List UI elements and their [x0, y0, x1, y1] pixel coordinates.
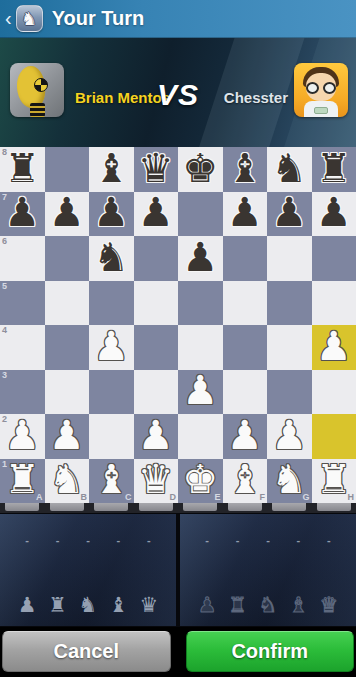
square-g5[interactable] [267, 281, 312, 326]
white-bishop-c1[interactable]: ♝ [93, 459, 129, 502]
black-player-name: Chesster [0, 89, 288, 106]
black-knight-c6[interactable]: ♞ [93, 237, 129, 280]
black-pawn-b7[interactable]: ♟ [49, 192, 85, 235]
piece-base-shadow [5, 503, 39, 511]
capture-tray-white: ----- ♟♜♞♝♛ [0, 514, 176, 626]
file-label-B: B [81, 493, 88, 502]
capture-pieces-white: ♟♜♞♝♛ [12, 595, 164, 616]
square-d2[interactable]: ♟ [134, 414, 179, 459]
black-pawn-a7[interactable]: ♟ [4, 192, 40, 235]
black-pawn-g7[interactable]: ♟ [271, 192, 307, 235]
square-g8[interactable]: ♞ [267, 147, 312, 192]
square-b2[interactable]: ♟ [45, 414, 90, 459]
app-knight-icon: ♞ [16, 5, 43, 32]
square-d3[interactable] [134, 370, 179, 415]
capture-count-bishop: - [283, 534, 313, 546]
square-b1[interactable]: B♞ [45, 459, 90, 504]
black-king-e8[interactable]: ♚ [182, 148, 218, 191]
file-label-D: D [170, 493, 177, 502]
black-bishop-c8[interactable]: ♝ [93, 148, 129, 191]
square-e8[interactable]: ♚ [178, 147, 223, 192]
knight-icon: ♞ [73, 595, 103, 616]
square-b5[interactable] [45, 281, 90, 326]
square-h7[interactable]: ♟ [312, 192, 356, 237]
square-h8[interactable]: ♜ [312, 147, 356, 192]
file-label-A: A [36, 493, 43, 502]
black-rook-h8[interactable]: ♜ [316, 148, 352, 191]
square-e1[interactable]: E♚ [178, 459, 223, 504]
square-d5[interactable] [134, 281, 179, 326]
square-b6[interactable] [45, 236, 90, 281]
capture-count-knight: - [73, 534, 103, 546]
file-label-C: C [125, 493, 132, 502]
white-pawn-a2[interactable]: ♟ [4, 415, 40, 458]
square-a6[interactable]: 6 [0, 236, 45, 281]
piece-base-shadow [94, 503, 128, 511]
square-h3[interactable] [312, 370, 356, 415]
piece-base-shadow [228, 503, 262, 511]
capture-count-knight: - [253, 534, 283, 546]
white-knight-b1[interactable]: ♞ [49, 459, 85, 502]
square-b4[interactable] [45, 325, 90, 370]
square-c7[interactable]: ♟ [89, 192, 134, 237]
white-bishop-f1[interactable]: ♝ [227, 459, 263, 502]
white-pawn-b2[interactable]: ♟ [49, 415, 85, 458]
square-d7[interactable]: ♟ [134, 192, 179, 237]
app-screen: ‹ ♞ Your Turn Brian Mentos VS Chesster 8… [0, 0, 356, 677]
square-f5[interactable] [223, 281, 268, 326]
capture-count-bishop: - [103, 534, 133, 546]
glasses-icon [323, 82, 336, 94]
white-king-e1[interactable]: ♚ [182, 459, 218, 502]
pawn-icon: ♟ [12, 595, 42, 616]
bishop-icon: ♝ [283, 595, 313, 616]
white-pawn-c4[interactable]: ♟ [93, 326, 129, 369]
pawn-icon: ♟ [192, 595, 222, 616]
piece-base-shadow [317, 503, 351, 511]
square-b3[interactable] [45, 370, 90, 415]
square-g6[interactable] [267, 236, 312, 281]
square-a1[interactable]: 1A♜ [0, 459, 45, 504]
capture-count-queen: - [314, 534, 344, 546]
white-queen-d1[interactable]: ♛ [138, 459, 174, 502]
rank-label-6: 6 [2, 237, 7, 246]
square-e5[interactable] [178, 281, 223, 326]
rank-label-3: 3 [2, 371, 7, 380]
square-b7[interactable]: ♟ [45, 192, 90, 237]
square-a4[interactable]: 4 [0, 325, 45, 370]
square-d8[interactable]: ♛ [134, 147, 179, 192]
action-bar: Cancel Confirm [0, 627, 356, 677]
rank-label-4: 4 [2, 326, 7, 335]
square-f3[interactable] [223, 370, 268, 415]
capture-count-pawn: - [12, 534, 42, 546]
piece-base-shadow [183, 503, 217, 511]
square-h2[interactable] [312, 414, 356, 459]
capture-pieces-black: ♟♜♞♝♛ [192, 595, 344, 616]
square-f8[interactable]: ♝ [223, 147, 268, 192]
square-d6[interactable] [134, 236, 179, 281]
rank-label-1: 1 [2, 460, 7, 469]
square-f2[interactable]: ♟ [223, 414, 268, 459]
square-f7[interactable]: ♟ [223, 192, 268, 237]
square-c2[interactable] [89, 414, 134, 459]
players-bar: Brian Mentos VS Chesster [0, 38, 356, 147]
square-h1[interactable]: H♜ [312, 459, 356, 504]
black-queen-d8[interactable]: ♛ [138, 148, 174, 191]
file-label-H: H [348, 493, 355, 502]
square-e2[interactable] [178, 414, 223, 459]
square-c4[interactable]: ♟ [89, 325, 134, 370]
square-e4[interactable] [178, 325, 223, 370]
rook-icon: ♜ [42, 595, 72, 616]
black-rook-a8[interactable]: ♜ [4, 148, 40, 191]
confirm-button[interactable]: Confirm [186, 631, 355, 672]
capture-counts-black: ----- [192, 534, 344, 546]
avatar-black-player[interactable] [294, 63, 348, 117]
rank-label-5: 5 [2, 282, 7, 291]
black-pawn-e6[interactable]: ♟ [182, 237, 218, 280]
rank-label-7: 7 [2, 193, 7, 202]
square-f4[interactable] [223, 325, 268, 370]
square-g4[interactable] [267, 325, 312, 370]
white-pawn-d2[interactable]: ♟ [138, 415, 174, 458]
capture-count-pawn: - [192, 534, 222, 546]
square-e3[interactable]: ♟ [178, 370, 223, 415]
white-rook-a1[interactable]: ♜ [4, 459, 40, 502]
rank-label-2: 2 [2, 415, 7, 424]
square-a7[interactable]: 7♟ [0, 192, 45, 237]
black-pawn-c7[interactable]: ♟ [93, 192, 129, 235]
capture-count-rook: - [42, 534, 72, 546]
rank-label-8: 8 [2, 148, 7, 157]
square-a5[interactable]: 5 [0, 281, 45, 326]
black-knight-g8[interactable]: ♞ [271, 148, 307, 191]
square-c8[interactable]: ♝ [89, 147, 134, 192]
square-f1[interactable]: F♝ [223, 459, 268, 504]
bishop-icon: ♝ [103, 595, 133, 616]
knight-icon: ♞ [253, 595, 283, 616]
piece-base-shadow [50, 503, 84, 511]
square-f6[interactable] [223, 236, 268, 281]
square-d4[interactable] [134, 325, 179, 370]
square-c5[interactable] [89, 281, 134, 326]
white-pawn-h4[interactable]: ♟ [316, 326, 352, 369]
page-title: Your Turn [52, 7, 145, 30]
piece-base-shadow [272, 503, 306, 511]
square-e6[interactable]: ♟ [178, 236, 223, 281]
square-c1[interactable]: C♝ [89, 459, 134, 504]
square-d1[interactable]: D♛ [134, 459, 179, 504]
square-a3[interactable]: 3 [0, 370, 45, 415]
rook-icon: ♜ [222, 595, 252, 616]
black-pawn-f7[interactable]: ♟ [227, 192, 263, 235]
queen-icon: ♛ [314, 595, 344, 616]
queen-icon: ♛ [134, 595, 164, 616]
file-label-F: F [260, 493, 266, 502]
square-a8[interactable]: 8♜ [0, 147, 45, 192]
square-g7[interactable]: ♟ [267, 192, 312, 237]
white-rook-h1[interactable]: ♜ [316, 459, 352, 502]
square-h4[interactable]: ♟ [312, 325, 356, 370]
header-bar: ‹ ♞ Your Turn [0, 0, 356, 38]
capture-count-rook: - [222, 534, 252, 546]
capture-counts-white: ----- [12, 534, 164, 546]
white-pawn-e3[interactable]: ♟ [182, 370, 218, 413]
cancel-button[interactable]: Cancel [2, 631, 171, 672]
square-c6[interactable]: ♞ [89, 236, 134, 281]
capture-tray-black: ----- ♟♜♞♝♛ [180, 514, 356, 626]
capture-count-queen: - [134, 534, 164, 546]
square-b8[interactable] [45, 147, 90, 192]
chess-board: 8♜♝♛♚♝♞♜7♟♟♟♟♟♟♟6♞♟54♟♟3♟2♟♟♟♟♟1A♜B♞C♝D♛… [0, 147, 356, 503]
white-pawn-f2[interactable]: ♟ [227, 415, 263, 458]
square-h6[interactable] [312, 236, 356, 281]
piece-base-shadow [139, 503, 173, 511]
glasses-icon [306, 82, 319, 94]
square-c3[interactable] [89, 370, 134, 415]
square-g1[interactable]: G♞ [267, 459, 312, 504]
back-button[interactable]: ‹ [0, 8, 16, 30]
square-a2[interactable]: 2♟ [0, 414, 45, 459]
square-e7[interactable] [178, 192, 223, 237]
square-g3[interactable] [267, 370, 312, 415]
board-edge [0, 503, 356, 513]
file-label-G: G [302, 493, 309, 502]
file-label-E: E [214, 493, 220, 502]
black-bishop-f8[interactable]: ♝ [227, 148, 263, 191]
black-pawn-d7[interactable]: ♟ [138, 192, 174, 235]
capture-trays: ----- ♟♜♞♝♛ ----- ♟♜♞♝♛ [0, 513, 356, 627]
white-pawn-g2[interactable]: ♟ [271, 415, 307, 458]
square-g2[interactable]: ♟ [267, 414, 312, 459]
black-pawn-h7[interactable]: ♟ [316, 192, 352, 235]
square-h5[interactable] [312, 281, 356, 326]
